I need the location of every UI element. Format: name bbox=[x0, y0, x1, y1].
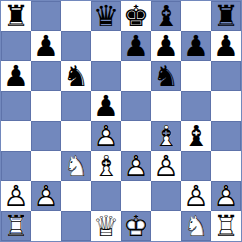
square-b8[interactable] bbox=[31, 1, 61, 31]
square-g7[interactable]: ♟♙ bbox=[181, 31, 211, 61]
piece-glyph-outline: ♙ bbox=[151, 151, 181, 181]
square-h2[interactable]: ♟♙ bbox=[211, 181, 241, 211]
black-pawn-piece[interactable]: ♟♙ bbox=[1, 61, 31, 91]
black-rook-piece[interactable]: ♜♖ bbox=[211, 1, 241, 31]
square-a1[interactable]: ♜♖ bbox=[1, 211, 31, 241]
white-pawn-piece[interactable]: ♟♙ bbox=[91, 121, 121, 151]
piece-glyph-outline: ♖ bbox=[1, 211, 31, 241]
square-b1[interactable] bbox=[31, 211, 61, 241]
white-pawn-piece[interactable]: ♟♙ bbox=[121, 151, 151, 181]
white-bishop-piece[interactable]: ♝♗ bbox=[91, 151, 121, 181]
square-c6[interactable]: ♞♘ bbox=[61, 61, 91, 91]
square-c7[interactable] bbox=[61, 31, 91, 61]
square-g5[interactable] bbox=[181, 91, 211, 121]
square-e6[interactable] bbox=[121, 61, 151, 91]
square-f7[interactable]: ♟♙ bbox=[151, 31, 181, 61]
square-e5[interactable] bbox=[121, 91, 151, 121]
white-pawn-piece[interactable]: ♟♙ bbox=[1, 181, 31, 211]
black-bishop-piece[interactable]: ♝♗ bbox=[151, 1, 181, 31]
black-bishop-piece[interactable]: ♝♗ bbox=[181, 121, 211, 151]
square-a5[interactable] bbox=[1, 91, 31, 121]
square-h1[interactable]: ♜♖ bbox=[211, 211, 241, 241]
chessboard-screenshot: ♜♖♛♕♚♔♝♗♜♖♟♙♟♙♟♙♟♙♟♙♟♙♞♘♞♘♟♙♟♙♝♗♝♗♞♘♝♗♟♙… bbox=[0, 0, 242, 242]
square-h5[interactable] bbox=[211, 91, 241, 121]
square-e3[interactable]: ♟♙ bbox=[121, 151, 151, 181]
square-g3[interactable] bbox=[181, 151, 211, 181]
white-knight-piece[interactable]: ♞♘ bbox=[181, 211, 211, 241]
black-pawn-piece[interactable]: ♟♙ bbox=[211, 31, 241, 61]
black-pawn-piece[interactable]: ♟♙ bbox=[91, 91, 121, 121]
piece-glyph-outline: ♙ bbox=[31, 181, 61, 211]
square-f6[interactable]: ♞♘ bbox=[151, 61, 181, 91]
square-f8[interactable]: ♝♗ bbox=[151, 1, 181, 31]
square-h8[interactable]: ♜♖ bbox=[211, 1, 241, 31]
square-c8[interactable] bbox=[61, 1, 91, 31]
black-rook-piece[interactable]: ♜♖ bbox=[1, 1, 31, 31]
square-g6[interactable] bbox=[181, 61, 211, 91]
square-c2[interactable] bbox=[61, 181, 91, 211]
black-pawn-piece[interactable]: ♟♙ bbox=[151, 31, 181, 61]
square-h6[interactable] bbox=[211, 61, 241, 91]
square-h3[interactable] bbox=[211, 151, 241, 181]
white-knight-piece[interactable]: ♞♘ bbox=[61, 151, 91, 181]
square-d7[interactable] bbox=[91, 31, 121, 61]
black-queen-piece[interactable]: ♛♕ bbox=[91, 1, 121, 31]
square-e7[interactable]: ♟♙ bbox=[121, 31, 151, 61]
square-c4[interactable] bbox=[61, 121, 91, 151]
piece-glyph-outline: ♔ bbox=[121, 211, 151, 241]
square-b3[interactable] bbox=[31, 151, 61, 181]
piece-glyph-outline: ♙ bbox=[181, 181, 211, 211]
white-pawn-piece[interactable]: ♟♙ bbox=[181, 181, 211, 211]
piece-glyph-outline: ♙ bbox=[91, 121, 121, 151]
square-b2[interactable]: ♟♙ bbox=[31, 181, 61, 211]
square-f3[interactable]: ♟♙ bbox=[151, 151, 181, 181]
square-e4[interactable] bbox=[121, 121, 151, 151]
piece-glyph-outline: ♕ bbox=[91, 211, 121, 241]
square-e8[interactable]: ♚♔ bbox=[121, 1, 151, 31]
square-b7[interactable]: ♟♙ bbox=[31, 31, 61, 61]
piece-glyph-outline: ♗ bbox=[91, 151, 121, 181]
square-c5[interactable] bbox=[61, 91, 91, 121]
white-king-piece[interactable]: ♚♔ bbox=[121, 211, 151, 241]
square-e2[interactable] bbox=[121, 181, 151, 211]
square-c1[interactable] bbox=[61, 211, 91, 241]
square-a6[interactable]: ♟♙ bbox=[1, 61, 31, 91]
piece-glyph-outline: ♖ bbox=[211, 211, 241, 241]
square-a8[interactable]: ♜♖ bbox=[1, 1, 31, 31]
square-d4[interactable]: ♟♙ bbox=[91, 121, 121, 151]
square-a7[interactable] bbox=[1, 31, 31, 61]
black-knight-piece[interactable]: ♞♘ bbox=[61, 61, 91, 91]
square-a4[interactable] bbox=[1, 121, 31, 151]
square-h4[interactable] bbox=[211, 121, 241, 151]
piece-glyph-outline: ♘ bbox=[181, 211, 211, 241]
square-g2[interactable]: ♟♙ bbox=[181, 181, 211, 211]
piece-glyph-outline: ♗ bbox=[151, 121, 181, 151]
piece-glyph-outline: ♙ bbox=[1, 181, 31, 211]
white-pawn-piece[interactable]: ♟♙ bbox=[31, 181, 61, 211]
piece-glyph-outline: ♙ bbox=[121, 151, 151, 181]
square-g1[interactable]: ♞♘ bbox=[181, 211, 211, 241]
square-f4[interactable]: ♝♗ bbox=[151, 121, 181, 151]
black-king-piece[interactable]: ♚♔ bbox=[121, 1, 151, 31]
square-h7[interactable]: ♟♙ bbox=[211, 31, 241, 61]
square-b5[interactable] bbox=[31, 91, 61, 121]
black-pawn-piece[interactable]: ♟♙ bbox=[181, 31, 211, 61]
square-e1[interactable]: ♚♔ bbox=[121, 211, 151, 241]
square-c3[interactable]: ♞♘ bbox=[61, 151, 91, 181]
piece-glyph-outline: ♙ bbox=[211, 181, 241, 211]
square-b6[interactable] bbox=[31, 61, 61, 91]
black-knight-piece[interactable]: ♞♘ bbox=[151, 61, 181, 91]
black-pawn-piece[interactable]: ♟♙ bbox=[31, 31, 61, 61]
square-a2[interactable]: ♟♙ bbox=[1, 181, 31, 211]
square-f2[interactable] bbox=[151, 181, 181, 211]
square-f1[interactable] bbox=[151, 211, 181, 241]
square-d3[interactable]: ♝♗ bbox=[91, 151, 121, 181]
square-f5[interactable] bbox=[151, 91, 181, 121]
square-b4[interactable] bbox=[31, 121, 61, 151]
black-pawn-piece[interactable]: ♟♙ bbox=[121, 31, 151, 61]
piece-glyph-outline: ♘ bbox=[61, 151, 91, 181]
square-d6[interactable] bbox=[91, 61, 121, 91]
white-pawn-piece[interactable]: ♟♙ bbox=[211, 181, 241, 211]
square-d2[interactable] bbox=[91, 181, 121, 211]
square-a3[interactable] bbox=[1, 151, 31, 181]
square-d5[interactable]: ♟♙ bbox=[91, 91, 121, 121]
square-d8[interactable]: ♛♕ bbox=[91, 1, 121, 31]
square-g4[interactable]: ♝♗ bbox=[181, 121, 211, 151]
white-bishop-piece[interactable]: ♝♗ bbox=[151, 121, 181, 151]
white-rook-piece[interactable]: ♜♖ bbox=[211, 211, 241, 241]
white-queen-piece[interactable]: ♛♕ bbox=[91, 211, 121, 241]
white-pawn-piece[interactable]: ♟♙ bbox=[151, 151, 181, 181]
white-rook-piece[interactable]: ♜♖ bbox=[1, 211, 31, 241]
chess-board: ♜♖♛♕♚♔♝♗♜♖♟♙♟♙♟♙♟♙♟♙♟♙♞♘♞♘♟♙♟♙♝♗♝♗♞♘♝♗♟♙… bbox=[0, 0, 242, 242]
square-g8[interactable] bbox=[181, 1, 211, 31]
square-d1[interactable]: ♛♕ bbox=[91, 211, 121, 241]
